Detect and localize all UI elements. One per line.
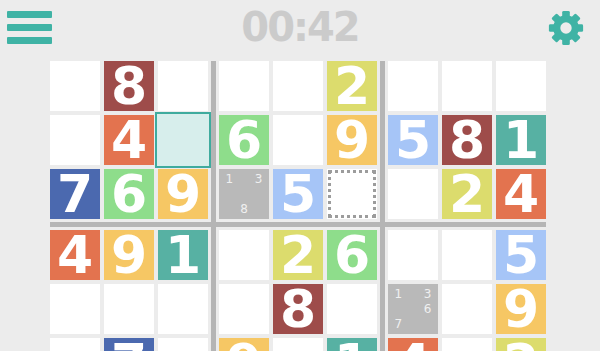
cell-r3c5[interactable]: 5 [273, 169, 323, 219]
cell-r2c4[interactable]: 6 [219, 115, 269, 165]
cell-r3c9[interactable]: 4 [496, 169, 546, 219]
cell-r6c2[interactable]: 7 [104, 338, 154, 351]
cell-r2c5[interactable] [273, 115, 323, 165]
cell-r6c5[interactable] [273, 338, 323, 351]
cell-r2c9[interactable]: 1 [496, 115, 546, 165]
cell-r4c5[interactable]: 2 [273, 230, 323, 280]
cell-r2c6[interactable]: 9 [327, 115, 377, 165]
hamburger-bar [7, 24, 52, 31]
pencil-mark-6: 6 [420, 302, 435, 317]
sudoku-board: 8246958176913852449126581367979142 [50, 61, 546, 351]
cell-r4c2[interactable]: 9 [104, 230, 154, 280]
hamburger-bar [7, 37, 52, 44]
cell-r5c6[interactable] [327, 284, 377, 334]
cell-r1c3[interactable] [158, 61, 208, 111]
cell-r6c8[interactable] [442, 338, 492, 351]
cell-r1c1[interactable] [50, 61, 100, 111]
settings-button[interactable] [547, 9, 585, 47]
cell-r5c4[interactable] [219, 284, 269, 334]
cell-r5c5[interactable]: 8 [273, 284, 323, 334]
cell-r2c1[interactable] [50, 115, 100, 165]
cell-r5c9[interactable]: 9 [496, 284, 546, 334]
box-divider-horizontal [50, 222, 546, 227]
cell-r1c8[interactable] [442, 61, 492, 111]
cell-r4c9[interactable]: 5 [496, 230, 546, 280]
pencil-marks: 1367 [391, 287, 435, 331]
hamburger-bar [7, 11, 52, 18]
cell-r3c3[interactable]: 9 [158, 169, 208, 219]
cell-r5c2[interactable] [104, 284, 154, 334]
cell-r6c3[interactable] [158, 338, 208, 351]
pencil-mark-3: 3 [420, 287, 435, 302]
box-divider-vertical [211, 61, 216, 351]
cell-r5c1[interactable] [50, 284, 100, 334]
cell-r1c6[interactable]: 2 [327, 61, 377, 111]
cell-r4c1[interactable]: 4 [50, 230, 100, 280]
cell-r6c4[interactable]: 9 [219, 338, 269, 351]
cell-r4c4[interactable] [219, 230, 269, 280]
cell-r5c3[interactable] [158, 284, 208, 334]
cell-r5c7[interactable]: 1367 [388, 284, 438, 334]
cell-r6c9[interactable]: 2 [496, 338, 546, 351]
cell-r3c2[interactable]: 6 [104, 169, 154, 219]
cell-r1c9[interactable] [496, 61, 546, 111]
selected-cell-highlight [155, 112, 211, 168]
pencil-mark-3: 3 [251, 172, 266, 187]
cell-r3c7[interactable] [388, 169, 438, 219]
dotted-hint-border [328, 170, 376, 218]
cell-r4c7[interactable] [388, 230, 438, 280]
cell-r4c3[interactable]: 1 [158, 230, 208, 280]
gear-icon [547, 9, 585, 47]
cell-r6c6[interactable]: 1 [327, 338, 377, 351]
cell-r2c3[interactable] [158, 115, 208, 165]
cell-r3c4[interactable]: 138 [219, 169, 269, 219]
pencil-mark-1: 1 [222, 172, 237, 187]
cell-r2c2[interactable]: 4 [104, 115, 154, 165]
menu-button[interactable] [7, 11, 52, 44]
cell-r1c7[interactable] [388, 61, 438, 111]
cell-r6c1[interactable] [50, 338, 100, 351]
pencil-mark-7: 7 [391, 316, 406, 331]
cell-r1c2[interactable]: 8 [104, 61, 154, 111]
sudoku-app: 00:42 8246958176913852449126581367979142 [0, 0, 600, 351]
cell-r1c5[interactable] [273, 61, 323, 111]
pencil-mark-8: 8 [237, 201, 252, 216]
cell-r4c8[interactable] [442, 230, 492, 280]
cell-r6c7[interactable]: 4 [388, 338, 438, 351]
cell-r4c6[interactable]: 6 [327, 230, 377, 280]
sudoku-grid: 8246958176913852449126581367979142 [50, 61, 546, 351]
pencil-mark-1: 1 [391, 287, 406, 302]
cell-r3c1[interactable]: 7 [50, 169, 100, 219]
cell-r2c8[interactable]: 8 [442, 115, 492, 165]
cell-r3c8[interactable]: 2 [442, 169, 492, 219]
box-divider-vertical [380, 61, 385, 351]
timer: 00:42 [241, 4, 358, 50]
cell-r3c6[interactable] [327, 169, 377, 219]
cell-r5c8[interactable] [442, 284, 492, 334]
cell-r2c7[interactable]: 5 [388, 115, 438, 165]
pencil-marks: 138 [222, 172, 266, 216]
cell-r1c4[interactable] [219, 61, 269, 111]
